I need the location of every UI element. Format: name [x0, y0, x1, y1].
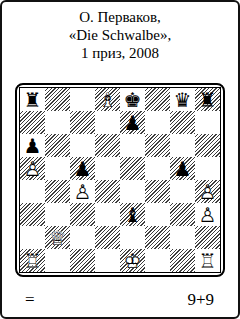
square-g8: ♛ [170, 88, 195, 111]
square-e5 [120, 157, 145, 180]
square-a2 [20, 226, 45, 249]
square-b2: ♛♕ [45, 226, 70, 249]
board-outer-frame: ♜♝♗♚♛♜♟♟♟♙♟♟♟♙♟♙♝♟♙♛♕♜♖♚♔♜♖ [15, 83, 225, 277]
square-h2 [195, 226, 220, 249]
square-b1 [45, 249, 70, 272]
square-h4: ♟♙ [195, 180, 220, 203]
square-f1 [145, 249, 170, 272]
square-f6 [145, 134, 170, 157]
piece-white-pawn: ♟♙ [199, 205, 217, 225]
square-c3 [70, 203, 95, 226]
square-e4 [120, 180, 145, 203]
square-a4 [20, 180, 45, 203]
piece-white-king: ♚♔ [124, 251, 142, 271]
square-d2 [95, 226, 120, 249]
piece-black-pawn: ♟ [174, 159, 192, 179]
square-b3 [45, 203, 70, 226]
material-count: 9+9 [187, 290, 214, 310]
square-e6 [120, 134, 145, 157]
square-b7 [45, 111, 70, 134]
board-area: ♜♝♗♚♛♜♟♟♟♙♟♟♟♙♟♙♝♟♙♛♕♜♖♚♔♜♖ [2, 83, 238, 277]
square-e7: ♟ [120, 111, 145, 134]
square-a3 [20, 203, 45, 226]
author-line: О. Перваков, [2, 8, 238, 26]
square-d3 [95, 203, 120, 226]
square-a1: ♜♖ [20, 249, 45, 272]
piece-white-pawn: ♟♙ [24, 159, 42, 179]
piece-white-pawn: ♟♙ [199, 182, 217, 202]
square-d4 [95, 180, 120, 203]
square-h1: ♜♖ [195, 249, 220, 272]
square-g5: ♟ [170, 157, 195, 180]
piece-black-pawn: ♟ [74, 159, 92, 179]
chess-board: ♜♝♗♚♛♜♟♟♟♙♟♟♟♙♟♙♝♟♙♛♕♜♖♚♔♜♖ [20, 88, 220, 272]
square-e1: ♚♔ [120, 249, 145, 272]
square-c8 [70, 88, 95, 111]
square-d5 [95, 157, 120, 180]
piece-black-queen: ♛ [174, 90, 192, 110]
square-f5 [145, 157, 170, 180]
square-a5: ♟♙ [20, 157, 45, 180]
study-diagram-page: О. Перваков, «Die Schwalbe», 1 приз, 200… [0, 0, 240, 319]
square-a7 [20, 111, 45, 134]
piece-black-bishop: ♝ [124, 205, 142, 225]
square-c6 [70, 134, 95, 157]
piece-white-rook: ♜♖ [24, 251, 42, 271]
square-h5 [195, 157, 220, 180]
piece-black-pawn: ♟ [124, 113, 142, 133]
square-b5 [45, 157, 70, 180]
square-d6 [95, 134, 120, 157]
square-g4 [170, 180, 195, 203]
piece-white-queen: ♛♕ [49, 228, 67, 248]
award-line: 1 приз, 2008 [2, 44, 238, 62]
square-g6 [170, 134, 195, 157]
square-g7 [170, 111, 195, 134]
square-c4: ♟♙ [70, 180, 95, 203]
square-g2 [170, 226, 195, 249]
square-e8: ♚ [120, 88, 145, 111]
square-b8 [45, 88, 70, 111]
piece-black-pawn: ♟ [24, 136, 42, 156]
square-f4 [145, 180, 170, 203]
stipulation-draw: = [25, 290, 35, 310]
square-f3 [145, 203, 170, 226]
square-h8: ♜ [195, 88, 220, 111]
caption-row: = 9+9 [2, 290, 238, 310]
square-d1 [95, 249, 120, 272]
square-h6 [195, 134, 220, 157]
study-header: О. Перваков, «Die Schwalbe», 1 приз, 200… [2, 2, 238, 62]
square-d7 [95, 111, 120, 134]
square-g1 [170, 249, 195, 272]
square-g3 [170, 203, 195, 226]
square-d8: ♝♗ [95, 88, 120, 111]
piece-white-pawn: ♟♙ [74, 182, 92, 202]
square-b4 [45, 180, 70, 203]
square-e2 [120, 226, 145, 249]
square-f2 [145, 226, 170, 249]
piece-black-king: ♚ [124, 90, 142, 110]
square-e3: ♝ [120, 203, 145, 226]
board-inner-frame: ♜♝♗♚♛♜♟♟♟♙♟♟♟♙♟♙♝♟♙♛♕♜♖♚♔♜♖ [19, 87, 221, 273]
piece-white-rook: ♜♖ [199, 251, 217, 271]
square-a8: ♜ [20, 88, 45, 111]
square-c1 [70, 249, 95, 272]
square-b6 [45, 134, 70, 157]
piece-black-rook: ♜ [24, 90, 42, 110]
square-c7 [70, 111, 95, 134]
square-f7 [145, 111, 170, 134]
square-c5: ♟ [70, 157, 95, 180]
square-f8 [145, 88, 170, 111]
square-h3: ♟♙ [195, 203, 220, 226]
source-line: «Die Schwalbe», [2, 26, 238, 44]
piece-black-rook: ♜ [199, 90, 217, 110]
piece-white-bishop: ♝♗ [99, 90, 117, 110]
square-a6: ♟ [20, 134, 45, 157]
square-h7 [195, 111, 220, 134]
square-c2 [70, 226, 95, 249]
